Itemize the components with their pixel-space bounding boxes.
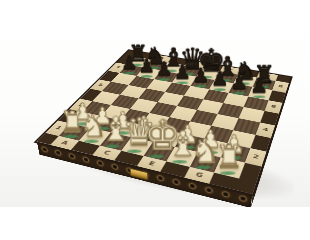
white-knight: ♞	[191, 134, 216, 166]
board-grid: BDFH♜♞♝♛♚♝♞♜87♟♟♟♟♟♟♟♟6543♟♟♟♟♟♟♟♟21♜♞♝♛…	[37, 50, 291, 194]
white-king: ♚	[144, 115, 168, 156]
black-pawn: ♟	[229, 73, 249, 93]
square-g6	[223, 93, 248, 107]
chess-board: BDFH♜♞♝♛♚♝♞♜87♟♟♟♟♟♟♟♟6543♟♟♟♟♟♟♟♟21♜♞♝♛…	[37, 50, 291, 194]
black-pawn: ♟	[120, 54, 139, 73]
white-bishop: ♝	[101, 113, 125, 146]
brass-clasp-icon	[129, 168, 148, 181]
white-rook: ♜	[215, 141, 241, 173]
black-pawn: ♟	[173, 63, 192, 82]
white-knight: ♞	[80, 111, 103, 141]
chess-set-photo: BDFH♜♞♝♛♚♝♞♜87♟♟♟♟♟♟♟♟6543♟♟♟♟♟♟♟♟21♜♞♝♛…	[0, 0, 310, 207]
black-pawn: ♟	[249, 76, 269, 96]
black-pawn: ♟	[155, 60, 174, 79]
white-bishop: ♝	[167, 127, 192, 161]
black-pawn: ♟	[137, 57, 156, 76]
coordinate-label: 6	[270, 105, 276, 110]
coordinate-label: 4	[262, 127, 269, 132]
black-pawn: ♟	[191, 66, 211, 86]
coordinate-label: A	[60, 140, 69, 146]
coordinate-label: E	[147, 161, 155, 167]
white-queen: ♛	[122, 113, 146, 151]
coordinate-label: C	[102, 150, 111, 156]
black-pawn: ♟	[210, 69, 230, 89]
coordinate-label: G	[195, 172, 204, 179]
coordinate-label: 5	[97, 83, 104, 87]
scene: BDFH♜♞♝♛♚♝♞♜87♟♟♟♟♟♟♟♟6543♟♟♟♟♟♟♟♟21♜♞♝♛…	[0, 0, 310, 207]
coordinate-label: 2	[252, 154, 259, 160]
coordinate-label: 8	[278, 85, 284, 89]
